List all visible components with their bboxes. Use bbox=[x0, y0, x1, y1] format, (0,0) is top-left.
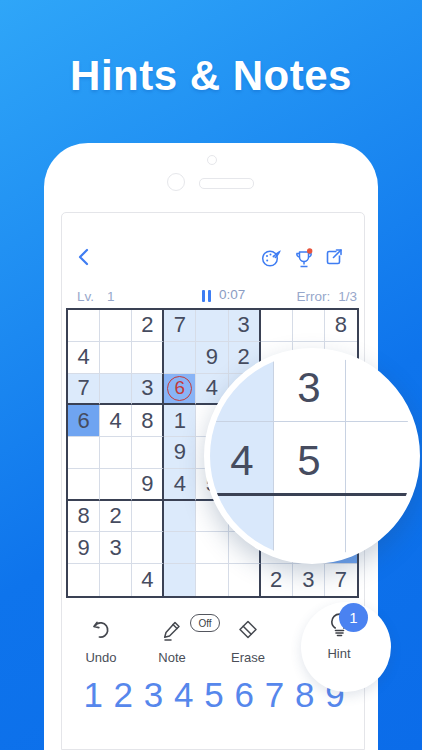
cell-r9c3[interactable]: 4 bbox=[132, 564, 164, 596]
cell-r3c4[interactable]: 6 bbox=[164, 374, 196, 406]
erase-label: Erase bbox=[216, 650, 280, 665]
cell-r9c4[interactable] bbox=[164, 564, 196, 596]
cell-r1c5[interactable] bbox=[196, 310, 228, 342]
cell-r7c3[interactable] bbox=[132, 501, 164, 533]
cell-r1c6[interactable]: 3 bbox=[229, 310, 261, 342]
cell-r9c9[interactable]: 7 bbox=[325, 564, 357, 596]
timer-value: 0:07 bbox=[219, 287, 245, 302]
cell-r3c1[interactable]: 7 bbox=[68, 374, 100, 406]
cell-r8c5[interactable] bbox=[196, 532, 228, 564]
lens-digit-4: 4 bbox=[222, 440, 262, 482]
lens-box-border bbox=[210, 493, 414, 496]
note-off-badge: Off bbox=[190, 614, 220, 632]
cell-r7c4[interactable] bbox=[164, 501, 196, 533]
cell-r4c4[interactable]: 1 bbox=[164, 405, 196, 437]
cell-r3c2[interactable] bbox=[100, 374, 132, 406]
numpad-8[interactable]: 8 bbox=[290, 675, 320, 715]
numpad-6[interactable]: 6 bbox=[229, 675, 259, 715]
cell-r5c3[interactable] bbox=[132, 437, 164, 469]
cell-r9c7[interactable]: 2 bbox=[261, 564, 293, 596]
eraser-icon bbox=[235, 617, 261, 643]
lens-digit-3: 3 bbox=[289, 367, 329, 409]
cell-r5c2[interactable] bbox=[100, 437, 132, 469]
hint-label: Hint bbox=[313, 646, 365, 661]
cell-r6c4[interactable]: 4 bbox=[164, 469, 196, 501]
cell-r7c2[interactable]: 2 bbox=[100, 501, 132, 533]
cell-r8c2[interactable]: 3 bbox=[100, 532, 132, 564]
error-counter: Error:1/3 bbox=[296, 289, 357, 304]
front-camera bbox=[167, 173, 185, 191]
cell-r1c4[interactable]: 7 bbox=[164, 310, 196, 342]
undo-icon bbox=[88, 617, 114, 643]
cell-r1c8[interactable] bbox=[293, 310, 325, 342]
cell-r8c1[interactable]: 9 bbox=[68, 532, 100, 564]
numpad-1[interactable]: 1 bbox=[78, 675, 108, 715]
cell-r5c4[interactable]: 9 bbox=[164, 437, 196, 469]
theme-palette-icon[interactable] bbox=[259, 246, 283, 270]
cell-r9c1[interactable] bbox=[68, 564, 100, 596]
cell-r7c1[interactable]: 8 bbox=[68, 501, 100, 533]
undo-label: Undo bbox=[69, 650, 133, 665]
cell-r2c2[interactable] bbox=[100, 342, 132, 374]
cell-r1c7[interactable] bbox=[261, 310, 293, 342]
cell-r6c3[interactable]: 9 bbox=[132, 469, 164, 501]
back-button[interactable] bbox=[75, 247, 93, 267]
speaker-grill bbox=[199, 178, 254, 189]
timer: 0:07 bbox=[202, 287, 245, 302]
page-title: Hints & Notes bbox=[0, 52, 422, 100]
numpad-2[interactable]: 2 bbox=[108, 675, 138, 715]
cell-r9c2[interactable] bbox=[100, 564, 132, 596]
cell-r9c5[interactable] bbox=[196, 564, 228, 596]
cell-r4c3[interactable]: 8 bbox=[132, 405, 164, 437]
hint-count-badge: 1 bbox=[339, 603, 368, 632]
error-value: 1/3 bbox=[338, 289, 357, 304]
erase-button[interactable]: Erase bbox=[216, 617, 280, 665]
numpad-5[interactable]: 5 bbox=[199, 675, 229, 715]
cell-r5c1[interactable] bbox=[68, 437, 100, 469]
numpad-4[interactable]: 4 bbox=[169, 675, 199, 715]
cell-r2c5[interactable]: 9 bbox=[196, 342, 228, 374]
cell-r1c2[interactable] bbox=[100, 310, 132, 342]
pencil-icon bbox=[159, 617, 185, 643]
cell-r6c2[interactable] bbox=[100, 469, 132, 501]
level-value: 1 bbox=[107, 289, 115, 304]
cell-r4c2[interactable]: 4 bbox=[100, 405, 132, 437]
camera-dot bbox=[207, 155, 217, 165]
cell-r1c1[interactable] bbox=[68, 310, 100, 342]
cell-r6c1[interactable] bbox=[68, 469, 100, 501]
undo-button[interactable]: Undo bbox=[69, 617, 133, 665]
cell-r8c3[interactable] bbox=[132, 532, 164, 564]
cell-r9c6[interactable] bbox=[229, 564, 261, 596]
cell-r2c1[interactable]: 4 bbox=[68, 342, 100, 374]
share-icon[interactable] bbox=[323, 246, 346, 269]
cell-r8c4[interactable] bbox=[164, 532, 196, 564]
error-circled-digit: 6 bbox=[167, 376, 192, 401]
note-label: Note bbox=[140, 650, 204, 665]
pause-button[interactable] bbox=[202, 288, 211, 302]
cell-r9c8[interactable]: 3 bbox=[293, 564, 325, 596]
lens-digit-5: 5 bbox=[289, 440, 329, 482]
numpad-3[interactable]: 3 bbox=[138, 675, 168, 715]
trophy-icon[interactable] bbox=[291, 246, 317, 272]
magnifier-lens: 3 4 5 bbox=[204, 348, 420, 564]
app-store-screenshot: { "header": { "title": "Hints & Notes" }… bbox=[0, 0, 422, 750]
number-pad: 123456789 bbox=[78, 675, 350, 715]
cell-r2c4[interactable] bbox=[164, 342, 196, 374]
numpad-7[interactable]: 7 bbox=[259, 675, 289, 715]
cell-r1c9[interactable]: 8 bbox=[325, 310, 357, 342]
cell-r4c1[interactable]: 6 bbox=[68, 405, 100, 437]
cell-r2c3[interactable] bbox=[132, 342, 164, 374]
level-indicator: Lv.1 bbox=[77, 289, 115, 304]
cell-r3c3[interactable]: 3 bbox=[132, 374, 164, 406]
cell-r1c3[interactable]: 2 bbox=[132, 310, 164, 342]
